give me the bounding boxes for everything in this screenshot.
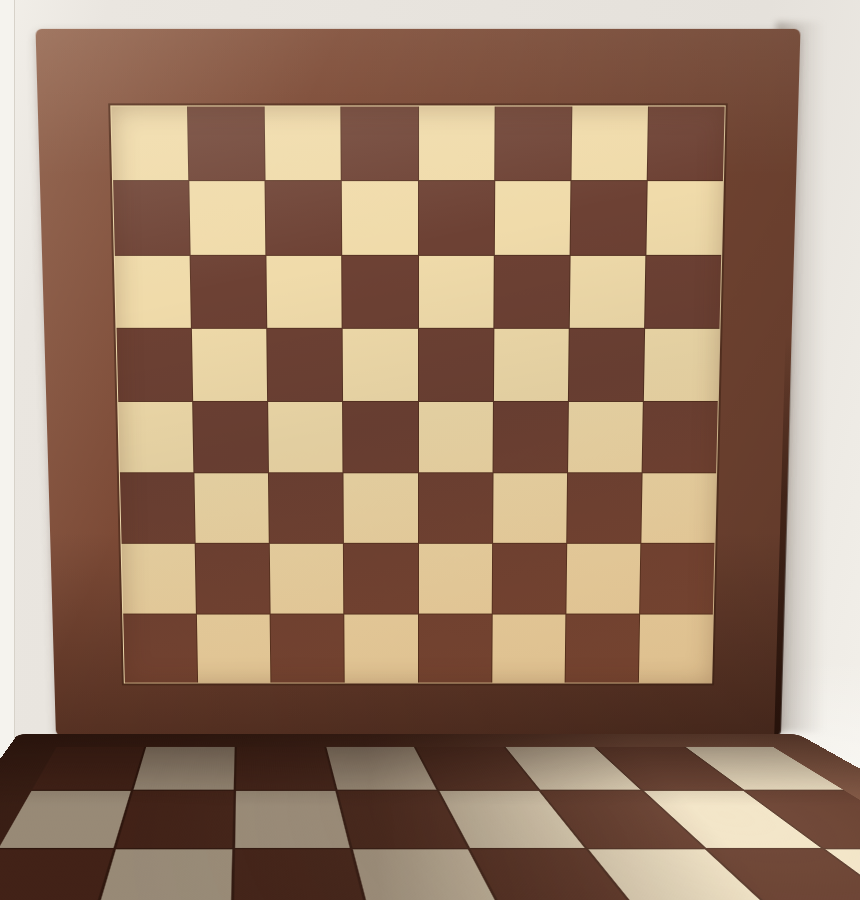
board-square	[188, 106, 265, 180]
board-square	[492, 544, 566, 613]
board-square	[32, 747, 144, 790]
board-square	[234, 791, 349, 848]
board-square	[418, 473, 492, 543]
board-square	[492, 614, 565, 682]
board-square	[122, 544, 196, 613]
board-square	[113, 181, 190, 254]
board-square	[418, 329, 492, 401]
board-square	[269, 473, 343, 543]
board-square	[270, 544, 344, 613]
board-square	[115, 256, 191, 328]
board-square	[0, 791, 131, 848]
board-square	[235, 747, 334, 790]
upright-board-grid	[111, 106, 724, 682]
board-square	[271, 614, 344, 682]
board-square	[639, 614, 713, 682]
board-square	[345, 614, 418, 682]
board-square	[343, 329, 417, 401]
photo-scene	[0, 0, 860, 900]
board-square	[565, 614, 639, 682]
board-square	[344, 473, 418, 543]
board-square	[567, 473, 641, 543]
board-square	[267, 256, 342, 328]
board-square	[494, 181, 570, 254]
board-square	[268, 329, 343, 401]
board-square	[344, 544, 417, 613]
board-square	[134, 747, 234, 790]
board-square	[117, 329, 193, 401]
board-square	[494, 329, 569, 401]
board-square	[642, 401, 717, 472]
board-square	[266, 181, 342, 254]
board-square	[192, 329, 267, 401]
board-square	[343, 256, 418, 328]
board-square	[120, 473, 195, 543]
board-square	[570, 181, 646, 254]
board-square	[641, 473, 716, 543]
foreground-chess-board	[0, 734, 860, 900]
board-square	[568, 401, 643, 472]
board-square	[495, 106, 571, 180]
board-square	[570, 256, 646, 328]
board-square	[93, 849, 231, 900]
board-square	[494, 256, 569, 328]
foreground-board-grid	[0, 747, 860, 900]
board-square	[189, 181, 265, 254]
board-square	[195, 473, 269, 543]
board-square	[123, 614, 197, 682]
board-square	[648, 106, 725, 180]
board-square	[196, 544, 270, 613]
board-square	[233, 849, 369, 900]
board-square	[418, 544, 491, 613]
board-square	[419, 106, 495, 180]
board-square	[197, 614, 271, 682]
board-square	[644, 329, 720, 401]
board-square	[343, 401, 417, 472]
board-square	[418, 401, 492, 472]
board-square	[118, 401, 193, 472]
board-square	[493, 473, 567, 543]
board-square	[265, 106, 341, 180]
board-square	[571, 106, 648, 180]
board-square	[418, 614, 491, 682]
board-square	[640, 544, 714, 613]
board-square	[645, 256, 721, 328]
wall-crease	[0, 0, 15, 760]
board-square	[0, 849, 114, 900]
board-square	[419, 181, 494, 254]
board-square	[342, 106, 418, 180]
board-square	[193, 401, 268, 472]
board-square	[117, 791, 233, 848]
upright-chess-board	[36, 29, 801, 736]
board-square	[111, 106, 188, 180]
foreground-board-perspective	[18, 734, 860, 900]
board-square	[342, 181, 417, 254]
board-square	[566, 544, 640, 613]
board-square	[493, 401, 567, 472]
board-square	[268, 401, 342, 472]
board-square	[646, 181, 723, 254]
board-square	[419, 256, 494, 328]
board-square	[191, 256, 267, 328]
board-square	[569, 329, 644, 401]
